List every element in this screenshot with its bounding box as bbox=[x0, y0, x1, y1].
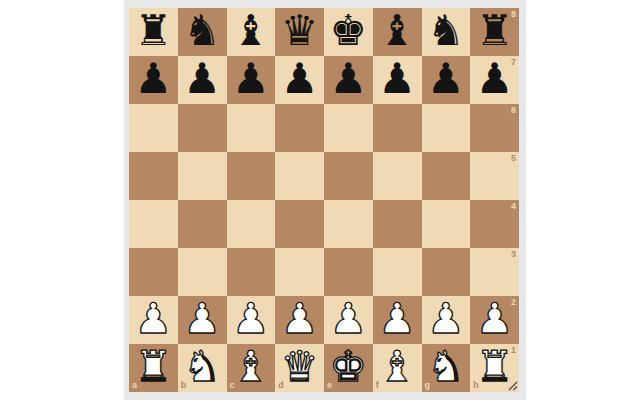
square-h7[interactable]: ♟7 bbox=[470, 56, 519, 104]
square-a3[interactable] bbox=[129, 248, 178, 296]
square-g7[interactable]: ♟ bbox=[422, 56, 471, 104]
square-f5[interactable] bbox=[373, 152, 422, 200]
piece-white-rook[interactable]: ♜ bbox=[135, 346, 173, 388]
square-b5[interactable] bbox=[178, 152, 227, 200]
piece-black-pawn[interactable]: ♟ bbox=[281, 58, 319, 100]
square-g1[interactable]: ♞g bbox=[422, 344, 471, 392]
rank-label-3: 3 bbox=[511, 250, 516, 259]
square-d3[interactable] bbox=[275, 248, 324, 296]
square-b1[interactable]: ♞b bbox=[178, 344, 227, 392]
rank-label-5: 5 bbox=[511, 154, 516, 163]
page-background: ♜♞♝♛♚♝♞♜8♟♟♟♟♟♟♟♟76543♟♟♟♟♟♟♟♟2♜a♞b♝c♛d♚… bbox=[0, 0, 640, 400]
chess-board[interactable]: ♜♞♝♛♚♝♞♜8♟♟♟♟♟♟♟♟76543♟♟♟♟♟♟♟♟2♜a♞b♝c♛d♚… bbox=[129, 8, 519, 392]
square-g5[interactable] bbox=[422, 152, 471, 200]
piece-white-pawn[interactable]: ♟ bbox=[378, 298, 416, 340]
square-b7[interactable]: ♟ bbox=[178, 56, 227, 104]
square-b3[interactable] bbox=[178, 248, 227, 296]
piece-black-rook[interactable]: ♜ bbox=[476, 10, 514, 52]
square-f1[interactable]: ♝f bbox=[373, 344, 422, 392]
square-d8[interactable]: ♛ bbox=[275, 8, 324, 56]
rank-label-4: 4 bbox=[511, 202, 516, 211]
piece-white-bishop[interactable]: ♝ bbox=[378, 346, 416, 388]
piece-black-pawn[interactable]: ♟ bbox=[135, 58, 173, 100]
square-e3[interactable] bbox=[324, 248, 373, 296]
piece-black-king[interactable]: ♚ bbox=[330, 10, 368, 52]
piece-black-pawn[interactable]: ♟ bbox=[232, 58, 270, 100]
rank-label-6: 6 bbox=[511, 106, 516, 115]
square-a8[interactable]: ♜ bbox=[129, 8, 178, 56]
square-f3[interactable] bbox=[373, 248, 422, 296]
piece-white-bishop[interactable]: ♝ bbox=[232, 346, 270, 388]
square-a2[interactable]: ♟ bbox=[129, 296, 178, 344]
piece-white-pawn[interactable]: ♟ bbox=[330, 298, 368, 340]
square-b8[interactable]: ♞ bbox=[178, 8, 227, 56]
piece-white-pawn[interactable]: ♟ bbox=[281, 298, 319, 340]
square-a4[interactable] bbox=[129, 200, 178, 248]
piece-white-pawn[interactable]: ♟ bbox=[476, 298, 514, 340]
square-f6[interactable] bbox=[373, 104, 422, 152]
square-g6[interactable] bbox=[422, 104, 471, 152]
square-e8[interactable]: ♚ bbox=[324, 8, 373, 56]
piece-black-pawn[interactable]: ♟ bbox=[330, 58, 368, 100]
square-e5[interactable] bbox=[324, 152, 373, 200]
square-g8[interactable]: ♞ bbox=[422, 8, 471, 56]
board-resize-handle-icon[interactable] bbox=[507, 380, 518, 391]
piece-black-knight[interactable]: ♞ bbox=[427, 10, 465, 52]
square-e6[interactable] bbox=[324, 104, 373, 152]
piece-black-pawn[interactable]: ♟ bbox=[427, 58, 465, 100]
square-b4[interactable] bbox=[178, 200, 227, 248]
piece-white-pawn[interactable]: ♟ bbox=[183, 298, 221, 340]
square-d5[interactable] bbox=[275, 152, 324, 200]
piece-white-queen[interactable]: ♛ bbox=[281, 346, 319, 388]
square-h6[interactable]: 6 bbox=[470, 104, 519, 152]
square-d1[interactable]: ♛d bbox=[275, 344, 324, 392]
square-c6[interactable] bbox=[227, 104, 276, 152]
square-g4[interactable] bbox=[422, 200, 471, 248]
square-c7[interactable]: ♟ bbox=[227, 56, 276, 104]
square-c1[interactable]: ♝c bbox=[227, 344, 276, 392]
square-f7[interactable]: ♟ bbox=[373, 56, 422, 104]
square-c2[interactable]: ♟ bbox=[227, 296, 276, 344]
square-c8[interactable]: ♝ bbox=[227, 8, 276, 56]
square-h3[interactable]: 3 bbox=[470, 248, 519, 296]
square-g2[interactable]: ♟ bbox=[422, 296, 471, 344]
piece-black-knight[interactable]: ♞ bbox=[183, 10, 221, 52]
square-h5[interactable]: 5 bbox=[470, 152, 519, 200]
piece-black-pawn[interactable]: ♟ bbox=[183, 58, 221, 100]
square-e4[interactable] bbox=[324, 200, 373, 248]
square-e2[interactable]: ♟ bbox=[324, 296, 373, 344]
piece-white-pawn[interactable]: ♟ bbox=[427, 298, 465, 340]
square-f8[interactable]: ♝ bbox=[373, 8, 422, 56]
piece-white-knight[interactable]: ♞ bbox=[427, 346, 465, 388]
square-a1[interactable]: ♜a bbox=[129, 344, 178, 392]
square-g3[interactable] bbox=[422, 248, 471, 296]
piece-black-rook[interactable]: ♜ bbox=[135, 10, 173, 52]
board-panel: ♜♞♝♛♚♝♞♜8♟♟♟♟♟♟♟♟76543♟♟♟♟♟♟♟♟2♜a♞b♝c♛d♚… bbox=[124, 0, 526, 400]
square-f4[interactable] bbox=[373, 200, 422, 248]
square-d2[interactable]: ♟ bbox=[275, 296, 324, 344]
square-c5[interactable] bbox=[227, 152, 276, 200]
piece-black-queen[interactable]: ♛ bbox=[281, 10, 319, 52]
square-h2[interactable]: ♟2 bbox=[470, 296, 519, 344]
square-a6[interactable] bbox=[129, 104, 178, 152]
square-b6[interactable] bbox=[178, 104, 227, 152]
square-c3[interactable] bbox=[227, 248, 276, 296]
square-e1[interactable]: ♚e bbox=[324, 344, 373, 392]
piece-black-pawn[interactable]: ♟ bbox=[378, 58, 416, 100]
square-f2[interactable]: ♟ bbox=[373, 296, 422, 344]
square-b2[interactable]: ♟ bbox=[178, 296, 227, 344]
square-a5[interactable] bbox=[129, 152, 178, 200]
piece-black-bishop[interactable]: ♝ bbox=[232, 10, 270, 52]
square-e7[interactable]: ♟ bbox=[324, 56, 373, 104]
piece-black-bishop[interactable]: ♝ bbox=[378, 10, 416, 52]
square-a7[interactable]: ♟ bbox=[129, 56, 178, 104]
square-d7[interactable]: ♟ bbox=[275, 56, 324, 104]
square-c4[interactable] bbox=[227, 200, 276, 248]
square-d6[interactable] bbox=[275, 104, 324, 152]
piece-black-pawn[interactable]: ♟ bbox=[476, 58, 514, 100]
piece-white-king[interactable]: ♚ bbox=[330, 346, 368, 388]
square-d4[interactable] bbox=[275, 200, 324, 248]
piece-white-pawn[interactable]: ♟ bbox=[135, 298, 173, 340]
piece-white-knight[interactable]: ♞ bbox=[183, 346, 221, 388]
square-h4[interactable]: 4 bbox=[470, 200, 519, 248]
piece-white-pawn[interactable]: ♟ bbox=[232, 298, 270, 340]
square-h8[interactable]: ♜8 bbox=[470, 8, 519, 56]
